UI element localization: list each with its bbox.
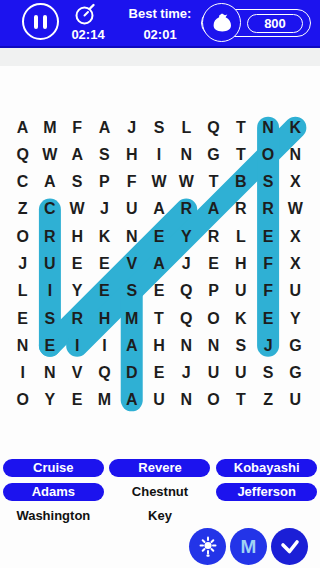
letter-grid: AMFAJSLQTNKQWASHINGTONCASPFWWTBSXZCWJUAR… (9, 114, 309, 414)
grid-cell[interactable]: N (173, 141, 200, 168)
grid-cell[interactable]: I (145, 141, 172, 168)
grid-cell[interactable]: U (282, 387, 309, 414)
grid-cell[interactable]: S (91, 141, 118, 168)
word-found-pill: Jefferson (216, 483, 317, 501)
grid-cell[interactable]: H (227, 250, 254, 277)
grid-cell[interactable]: A (118, 332, 145, 359)
grid-cell[interactable]: J (254, 332, 281, 359)
grid-cell[interactable]: A (91, 114, 118, 141)
grid-cell[interactable]: N (118, 223, 145, 250)
grid-cell[interactable]: U (118, 196, 145, 223)
grid-cell[interactable]: Q (173, 305, 200, 332)
grid-cell[interactable]: Q (91, 359, 118, 386)
grid-cell[interactable]: O (9, 387, 36, 414)
grid-cell[interactable]: U (227, 359, 254, 386)
grid-cell[interactable]: F (64, 114, 91, 141)
grid-cell[interactable]: S (227, 332, 254, 359)
grid-cell[interactable]: N (36, 359, 63, 386)
grid-cell[interactable]: Q (173, 278, 200, 305)
grid-cell[interactable]: N (200, 332, 227, 359)
grid-cell[interactable]: E (145, 223, 172, 250)
grid-cell[interactable]: E (200, 250, 227, 277)
grid-cell[interactable]: T (227, 141, 254, 168)
grid-cell[interactable]: W (173, 169, 200, 196)
grid-cell[interactable]: S (64, 169, 91, 196)
grid-cell[interactable]: X (282, 223, 309, 250)
grid-cell[interactable]: T (227, 114, 254, 141)
grid-cell[interactable]: W (64, 196, 91, 223)
current-time: 02:14 (60, 27, 116, 42)
grid-cell[interactable]: R (173, 196, 200, 223)
grid-cell[interactable]: R (227, 196, 254, 223)
word-found-pill: Kobayashi (216, 459, 317, 477)
word-found-pill: Adams (3, 483, 104, 501)
header-divider-strip (0, 48, 320, 66)
grid-cell[interactable]: C (36, 196, 63, 223)
grid-cell[interactable]: I (64, 332, 91, 359)
grid-cell[interactable]: J (9, 250, 36, 277)
grid-cell[interactable]: A (64, 141, 91, 168)
grid-cell[interactable]: K (282, 114, 309, 141)
best-time-label: Best time: (120, 6, 200, 21)
grid-cell[interactable]: I (36, 278, 63, 305)
word-unfound-label: Chestnut (132, 483, 188, 501)
grid-cell[interactable]: T (227, 387, 254, 414)
grid-cell[interactable]: P (200, 278, 227, 305)
grid-cell[interactable]: U (36, 250, 63, 277)
pause-button[interactable] (22, 3, 59, 40)
grid-cell[interactable]: K (227, 305, 254, 332)
grid-cell[interactable]: J (173, 359, 200, 386)
grid-cell[interactable]: F (254, 278, 281, 305)
grid-cell[interactable]: E (64, 250, 91, 277)
grid-cell[interactable]: J (173, 250, 200, 277)
word-found-pill: Cruise (3, 459, 104, 477)
grid-cell[interactable]: C (9, 169, 36, 196)
grid-cell[interactable]: F (254, 250, 281, 277)
grid-cell[interactable]: H (145, 332, 172, 359)
grid-cell[interactable]: Y (282, 305, 309, 332)
word-search-app: 02:14 Best time: 02:01 800 AMFAJSLQTNKQW… (0, 0, 320, 568)
grid-cell[interactable]: R (254, 196, 281, 223)
grid-cell[interactable]: A (9, 114, 36, 141)
grid-cell[interactable]: E (145, 278, 172, 305)
grid-cell[interactable]: E (9, 305, 36, 332)
grid-cell[interactable]: A (36, 169, 63, 196)
grid-cell[interactable]: S (254, 169, 281, 196)
grid-cell[interactable]: L (9, 278, 36, 305)
checkmark-icon (278, 535, 302, 559)
grid-cell[interactable]: S (254, 359, 281, 386)
grid-cell[interactable]: X (282, 250, 309, 277)
grid-cell[interactable]: F (118, 169, 145, 196)
grid-cell[interactable]: Q (9, 141, 36, 168)
grid-cell[interactable]: S (118, 278, 145, 305)
best-time-value: 02:01 (120, 27, 200, 42)
grid-cell[interactable]: V (64, 359, 91, 386)
shining-bulb-icon (196, 535, 220, 559)
grid-cell[interactable]: E (254, 305, 281, 332)
grid-cell[interactable]: O (200, 305, 227, 332)
grid-cell[interactable]: M (36, 114, 63, 141)
grid-cell[interactable]: U (145, 387, 172, 414)
grid-cell[interactable]: W (36, 141, 63, 168)
top-bar: 02:14 Best time: 02:01 800 (0, 0, 320, 48)
word-found-pill: Revere (109, 459, 210, 477)
word-list: CruiseRevereKobayashiAdamsChestnutJeffer… (0, 459, 320, 525)
stopwatch-icon (73, 2, 97, 26)
word-search-board: AMFAJSLQTNKQWASHINGTONCASPFWWTBSXZCWJUAR… (9, 114, 309, 414)
grid-cell[interactable]: E (64, 387, 91, 414)
grid-cell[interactable]: R (200, 223, 227, 250)
pause-icon (34, 15, 38, 29)
pause-icon (43, 15, 47, 29)
letter-m-button[interactable]: M (230, 528, 267, 565)
word-unfound-label: Key (148, 507, 172, 525)
grid-cell[interactable]: G (282, 359, 309, 386)
grid-cell[interactable]: M (91, 387, 118, 414)
grid-cell[interactable]: Y (173, 223, 200, 250)
grid-cell[interactable]: B (227, 169, 254, 196)
grid-cell[interactable]: H (118, 141, 145, 168)
grid-cell[interactable]: E (36, 332, 63, 359)
grid-cell[interactable]: D (118, 359, 145, 386)
grid-cell[interactable]: I (9, 359, 36, 386)
score-value: 800 (247, 14, 303, 33)
grid-cell[interactable]: A (118, 387, 145, 414)
grid-cell[interactable]: N (9, 332, 36, 359)
grid-cell[interactable]: U (282, 278, 309, 305)
grid-cell[interactable]: S (36, 305, 63, 332)
grid-cell[interactable]: Y (36, 387, 63, 414)
grid-cell[interactable]: A (200, 196, 227, 223)
grid-cell[interactable]: R (36, 223, 63, 250)
grid-cell[interactable]: O (254, 141, 281, 168)
grid-cell[interactable]: O (9, 223, 36, 250)
grid-cell[interactable]: G (200, 141, 227, 168)
grid-cell[interactable]: N (254, 114, 281, 141)
grid-cell[interactable]: N (282, 141, 309, 168)
grid-cell[interactable]: A (145, 250, 172, 277)
grid-cell[interactable]: E (145, 359, 172, 386)
grid-cell[interactable]: E (254, 223, 281, 250)
money-bag-icon (210, 11, 234, 35)
grid-cell[interactable]: N (173, 387, 200, 414)
grid-cell[interactable]: S (145, 114, 172, 141)
word-unfound-label: Washington (16, 507, 90, 525)
action-buttons: M (189, 528, 308, 565)
grid-cell[interactable]: T (200, 169, 227, 196)
hint-button[interactable] (189, 528, 226, 565)
grid-cell[interactable]: P (91, 169, 118, 196)
grid-cell[interactable]: G (282, 332, 309, 359)
grid-cell[interactable]: H (91, 305, 118, 332)
grid-cell[interactable]: Z (254, 387, 281, 414)
grid-cell[interactable]: E (91, 250, 118, 277)
grid-cell[interactable]: Y (64, 278, 91, 305)
grid-cell[interactable]: J (118, 114, 145, 141)
grid-cell[interactable]: Z (9, 196, 36, 223)
grid-cell[interactable]: V (118, 250, 145, 277)
grid-cell[interactable]: U (227, 278, 254, 305)
grid-cell[interactable]: A (145, 196, 172, 223)
grid-cell[interactable]: K (91, 223, 118, 250)
grid-cell[interactable]: L (173, 114, 200, 141)
grid-cell[interactable]: U (200, 359, 227, 386)
grid-cell[interactable]: Q (200, 114, 227, 141)
letter-m-icon: M (241, 536, 257, 558)
grid-cell[interactable]: I (91, 332, 118, 359)
money-bag-button[interactable] (202, 3, 241, 42)
grid-cell[interactable]: J (91, 196, 118, 223)
grid-cell[interactable]: T (145, 305, 172, 332)
grid-cell[interactable]: E (91, 278, 118, 305)
grid-cell[interactable]: O (200, 387, 227, 414)
grid-cell[interactable]: H (64, 223, 91, 250)
grid-cell[interactable]: M (118, 305, 145, 332)
grid-cell[interactable]: W (282, 196, 309, 223)
grid-cell[interactable]: R (64, 305, 91, 332)
grid-cell[interactable]: W (145, 169, 172, 196)
grid-cell[interactable]: X (282, 169, 309, 196)
grid-cell[interactable]: N (173, 332, 200, 359)
grid-cell[interactable]: L (227, 223, 254, 250)
confirm-button[interactable] (271, 528, 308, 565)
